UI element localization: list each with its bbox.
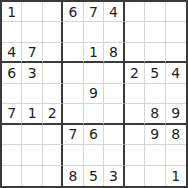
sudoku-cell[interactable]	[84, 145, 104, 165]
sudoku-cell[interactable]	[125, 166, 145, 186]
sudoku-cell[interactable]	[125, 2, 145, 22]
sudoku-cell[interactable]	[63, 22, 83, 42]
sudoku-cell[interactable]	[22, 2, 42, 22]
sudoku-cell[interactable]	[84, 63, 104, 83]
sudoku-cell[interactable]	[2, 125, 22, 145]
sudoku-cell[interactable]	[43, 84, 63, 104]
sudoku-cell[interactable]	[145, 166, 165, 186]
sudoku-cell[interactable]	[104, 104, 124, 124]
sudoku-cell[interactable]	[125, 104, 145, 124]
sudoku-cell: 2	[43, 104, 63, 124]
sudoku-cell: 2	[125, 63, 145, 83]
sudoku-cell[interactable]	[2, 145, 22, 165]
sudoku-cell[interactable]	[43, 166, 63, 186]
sudoku-cell[interactable]	[22, 22, 42, 42]
sudoku-cell[interactable]	[43, 2, 63, 22]
sudoku-cell[interactable]	[166, 145, 186, 165]
sudoku-cell[interactable]	[43, 125, 63, 145]
sudoku-cell: 5	[145, 63, 165, 83]
sudoku-cell[interactable]	[125, 43, 145, 63]
sudoku-cell: 1	[166, 166, 186, 186]
sudoku-cell[interactable]	[104, 63, 124, 83]
sudoku-cell: 1	[22, 104, 42, 124]
sudoku-cell: 8	[63, 166, 83, 186]
sudoku-cell: 5	[84, 166, 104, 186]
sudoku-cell[interactable]	[125, 145, 145, 165]
sudoku-cell[interactable]	[84, 104, 104, 124]
sudoku-cell[interactable]	[2, 166, 22, 186]
sudoku-cell[interactable]	[166, 84, 186, 104]
sudoku-cell: 4	[2, 43, 22, 63]
sudoku-cell[interactable]	[22, 145, 42, 165]
sudoku-cell[interactable]	[22, 125, 42, 145]
sudoku-cell: 3	[22, 63, 42, 83]
sudoku-cell: 6	[2, 63, 22, 83]
sudoku-cell[interactable]	[63, 104, 83, 124]
sudoku-cell: 7	[84, 2, 104, 22]
sudoku-cell: 1	[2, 2, 22, 22]
sudoku-cell: 9	[145, 125, 165, 145]
sudoku-cell: 8	[104, 43, 124, 63]
sudoku-cell[interactable]	[166, 2, 186, 22]
sudoku-cell[interactable]	[2, 84, 22, 104]
sudoku-cell: 9	[84, 84, 104, 104]
sudoku-cell[interactable]	[22, 84, 42, 104]
sudoku-cell[interactable]	[125, 84, 145, 104]
sudoku-cell[interactable]	[63, 145, 83, 165]
sudoku-cell[interactable]	[104, 145, 124, 165]
sudoku-cell: 9	[166, 104, 186, 124]
sudoku-cell[interactable]	[145, 145, 165, 165]
sudoku-cell[interactable]	[43, 63, 63, 83]
sudoku-cell[interactable]	[166, 22, 186, 42]
sudoku-cell[interactable]	[125, 22, 145, 42]
sudoku-cell[interactable]	[2, 22, 22, 42]
sudoku-cell: 3	[104, 166, 124, 186]
sudoku-cell[interactable]	[43, 43, 63, 63]
sudoku-cell[interactable]	[43, 145, 63, 165]
sudoku-cell[interactable]	[104, 125, 124, 145]
sudoku-cell[interactable]	[84, 22, 104, 42]
sudoku-cell[interactable]	[104, 84, 124, 104]
sudoku-cell: 4	[166, 63, 186, 83]
sudoku-cell: 7	[22, 43, 42, 63]
sudoku-cell: 8	[145, 104, 165, 124]
sudoku-cell[interactable]	[22, 166, 42, 186]
sudoku-cell[interactable]	[43, 22, 63, 42]
sudoku-cell[interactable]	[145, 43, 165, 63]
sudoku-cell[interactable]	[166, 43, 186, 63]
sudoku-cell[interactable]	[145, 2, 165, 22]
sudoku-cell: 6	[84, 125, 104, 145]
sudoku-cell: 8	[166, 125, 186, 145]
sudoku-cell: 6	[63, 2, 83, 22]
sudoku-cell[interactable]	[104, 22, 124, 42]
sudoku-cell: 7	[63, 125, 83, 145]
sudoku-cell: 7	[2, 104, 22, 124]
sudoku-cell[interactable]	[63, 43, 83, 63]
sudoku-cell[interactable]	[63, 84, 83, 104]
sudoku-cell: 1	[84, 43, 104, 63]
sudoku-cell[interactable]	[145, 22, 165, 42]
sudoku-cell[interactable]	[63, 63, 83, 83]
sudoku-cell[interactable]	[145, 84, 165, 104]
sudoku-cell[interactable]	[125, 125, 145, 145]
sudoku-board: 167447186325497128976988531	[0, 0, 188, 188]
sudoku-cell: 4	[104, 2, 124, 22]
